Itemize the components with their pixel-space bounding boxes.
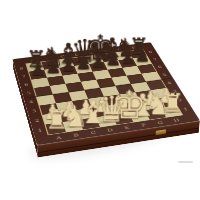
brass-latch-icon: [155, 130, 166, 136]
piece-white-rook-a1: ♜: [45, 107, 67, 133]
piece-black-pawn-a7: ♟: [28, 59, 47, 77]
watermark: [178, 161, 193, 163]
chess-board: ABCDEFGH ABCDEFGH 87654321 87654321 ♜♞♝♛…: [12, 42, 200, 145]
product-photo: ABCDEFGH ABCDEFGH 87654321 87654321 ♜♞♝♛…: [0, 0, 200, 200]
scene: ABCDEFGH ABCDEFGH 87654321 87654321 ♜♞♝♛…: [0, 0, 200, 200]
